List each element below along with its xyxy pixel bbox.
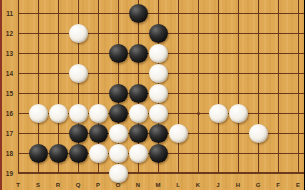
column-label: J [212,181,224,190]
column-label: R [52,181,64,190]
white-stone [149,104,168,123]
column-label: E [292,181,304,190]
white-stone [89,104,108,123]
black-stone [69,144,88,163]
column-label: N [132,181,144,190]
white-stone [69,64,88,83]
white-stone [109,124,128,143]
white-stone [109,144,128,163]
grid-line-horizontal [18,172,305,174]
black-stone [129,44,148,63]
grid-line-vertical [278,0,279,174]
white-stone [129,144,148,163]
black-stone [89,124,108,143]
white-stone [69,24,88,43]
white-stone [169,124,188,143]
black-stone [129,124,148,143]
white-stone [69,104,88,123]
grid-line-horizontal [18,13,305,14]
white-stone [29,104,48,123]
column-label: K [192,181,204,190]
black-stone [29,144,48,163]
white-stone [109,164,128,183]
column-label: T [12,181,24,190]
column-label: L [172,181,184,190]
column-label: H [232,181,244,190]
black-stone [49,144,68,163]
go-board[interactable]: 111213141516171819TSRQPONMLKJHGFE [0,0,304,190]
white-stone [149,84,168,103]
black-stone [129,84,148,103]
grid-line-vertical [258,0,259,174]
white-stone [209,104,228,123]
grid-line-vertical [218,0,219,174]
black-stone [69,124,88,143]
column-label: F [272,181,284,190]
black-stone [149,24,168,43]
grid-line-vertical [198,0,199,174]
go-app-screenshot: 111213141516171819TSRQPONMLKJHGFE [0,0,304,190]
black-stone [129,4,148,23]
white-stone [89,144,108,163]
column-label: G [252,181,264,190]
board-left-edge [0,0,2,190]
black-stone [149,124,168,143]
grid-line-vertical [18,0,19,174]
white-stone [229,104,248,123]
white-stone [129,104,148,123]
black-stone [109,104,128,123]
grid-line-vertical [298,0,299,174]
white-stone [149,64,168,83]
white-stone [149,44,168,63]
column-label: S [32,181,44,190]
black-stone [149,144,168,163]
grid-line-vertical [238,0,239,174]
column-label: P [92,181,104,190]
white-stone [49,104,68,123]
black-stone [109,84,128,103]
column-label: Q [72,181,84,190]
grid-line-vertical [178,0,179,174]
star-point [197,112,200,115]
black-stone [109,44,128,63]
column-label: M [152,181,164,190]
white-stone [249,124,268,143]
